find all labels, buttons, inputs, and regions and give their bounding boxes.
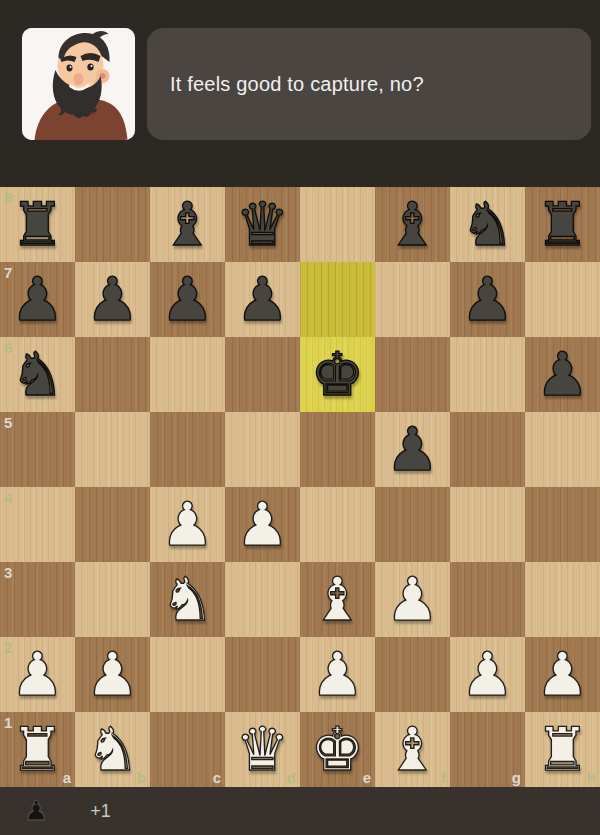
square-h6[interactable]: ♟	[525, 337, 600, 412]
square-b2[interactable]: ♟	[75, 637, 150, 712]
square-c7[interactable]: ♟	[150, 262, 225, 337]
square-d1[interactable]: ♛d	[225, 712, 300, 787]
material-advantage: +1	[90, 801, 111, 822]
piece-black-knight[interactable]: ♞	[450, 187, 525, 262]
piece-white-pawn[interactable]: ♟	[0, 637, 75, 712]
square-b3[interactable]	[75, 562, 150, 637]
piece-black-knight[interactable]: ♞	[0, 337, 75, 412]
square-f7[interactable]	[375, 262, 450, 337]
square-d2[interactable]	[225, 637, 300, 712]
square-f1[interactable]: ♝f	[375, 712, 450, 787]
piece-white-pawn[interactable]: ♟	[225, 487, 300, 562]
square-c4[interactable]: ♟	[150, 487, 225, 562]
square-f4[interactable]	[375, 487, 450, 562]
square-d6[interactable]	[225, 337, 300, 412]
square-e5[interactable]	[300, 412, 375, 487]
rank-label-3: 3	[4, 564, 12, 581]
square-a3[interactable]: 3	[0, 562, 75, 637]
square-g2[interactable]: ♟	[450, 637, 525, 712]
square-d3[interactable]	[225, 562, 300, 637]
square-c8[interactable]: ♝	[150, 187, 225, 262]
square-f3[interactable]: ♟	[375, 562, 450, 637]
square-h5[interactable]	[525, 412, 600, 487]
material-bar: ♟ +1	[0, 787, 600, 835]
piece-white-bishop[interactable]: ♝	[375, 712, 450, 787]
captured-black-pawn-icon: ♟	[24, 787, 48, 835]
chess-board[interactable]: ♜8♝♛♝♞♜♟7♟♟♟♟♞6♚♟5♟4♟♟3♞♝♟♟2♟♟♟♟♜1a♞bc♛d…	[0, 187, 600, 787]
piece-black-pawn[interactable]: ♟	[375, 412, 450, 487]
square-a7[interactable]: ♟7	[0, 262, 75, 337]
square-a2[interactable]: ♟2	[0, 637, 75, 712]
piece-white-king[interactable]: ♚	[300, 712, 375, 787]
square-e8[interactable]	[300, 187, 375, 262]
piece-black-pawn[interactable]: ♟	[525, 337, 600, 412]
square-e1[interactable]: ♚e	[300, 712, 375, 787]
piece-white-pawn[interactable]: ♟	[75, 637, 150, 712]
square-e6[interactable]: ♚	[300, 337, 375, 412]
square-e4[interactable]	[300, 487, 375, 562]
piece-black-rook[interactable]: ♜	[0, 187, 75, 262]
square-d8[interactable]: ♛	[225, 187, 300, 262]
square-h3[interactable]	[525, 562, 600, 637]
coach-avatar-illustration	[22, 28, 135, 140]
square-e3[interactable]: ♝	[300, 562, 375, 637]
square-a5[interactable]: 5	[0, 412, 75, 487]
square-c5[interactable]	[150, 412, 225, 487]
square-c2[interactable]	[150, 637, 225, 712]
coach-speech-bubble: It feels good to capture, no?	[147, 28, 591, 140]
square-b7[interactable]: ♟	[75, 262, 150, 337]
square-d5[interactable]	[225, 412, 300, 487]
piece-white-knight[interactable]: ♞	[75, 712, 150, 787]
square-h8[interactable]: ♜	[525, 187, 600, 262]
piece-white-pawn[interactable]: ♟	[150, 487, 225, 562]
piece-white-pawn[interactable]: ♟	[375, 562, 450, 637]
coach-message: It feels good to capture, no?	[170, 71, 424, 97]
square-b4[interactable]	[75, 487, 150, 562]
coach-avatar	[22, 28, 135, 140]
square-a8[interactable]: ♜8	[0, 187, 75, 262]
piece-black-pawn[interactable]: ♟	[150, 262, 225, 337]
square-a6[interactable]: ♞6	[0, 337, 75, 412]
square-h7[interactable]	[525, 262, 600, 337]
square-h4[interactable]	[525, 487, 600, 562]
square-b5[interactable]	[75, 412, 150, 487]
square-h1[interactable]: ♜h	[525, 712, 600, 787]
piece-black-pawn[interactable]: ♟	[225, 262, 300, 337]
square-c6[interactable]	[150, 337, 225, 412]
square-g3[interactable]	[450, 562, 525, 637]
square-g7[interactable]: ♟	[450, 262, 525, 337]
square-e2[interactable]: ♟	[300, 637, 375, 712]
square-b1[interactable]: ♞b	[75, 712, 150, 787]
piece-white-rook[interactable]: ♜	[525, 712, 600, 787]
piece-white-rook[interactable]: ♜	[0, 712, 75, 787]
square-g8[interactable]: ♞	[450, 187, 525, 262]
square-b6[interactable]	[75, 337, 150, 412]
square-d7[interactable]: ♟	[225, 262, 300, 337]
piece-white-queen[interactable]: ♛	[225, 712, 300, 787]
file-label-g: g	[512, 769, 521, 786]
piece-black-pawn[interactable]: ♟	[450, 262, 525, 337]
file-label-c: c	[213, 769, 221, 786]
square-h2[interactable]: ♟	[525, 637, 600, 712]
square-c3[interactable]: ♞	[150, 562, 225, 637]
square-f6[interactable]	[375, 337, 450, 412]
square-g1[interactable]: g	[450, 712, 525, 787]
piece-black-bishop[interactable]: ♝	[150, 187, 225, 262]
rank-label-4: 4	[4, 489, 12, 506]
rank-label-5: 5	[4, 414, 12, 431]
piece-white-pawn[interactable]: ♟	[525, 637, 600, 712]
piece-white-pawn[interactable]: ♟	[300, 637, 375, 712]
square-g4[interactable]	[450, 487, 525, 562]
square-b8[interactable]	[75, 187, 150, 262]
square-g6[interactable]	[450, 337, 525, 412]
coach-header: It feels good to capture, no?	[0, 0, 600, 187]
square-f2[interactable]	[375, 637, 450, 712]
square-f5[interactable]: ♟	[375, 412, 450, 487]
piece-white-bishop[interactable]: ♝	[300, 562, 375, 637]
square-d4[interactable]: ♟	[225, 487, 300, 562]
square-g5[interactable]	[450, 412, 525, 487]
square-c1[interactable]: c	[150, 712, 225, 787]
piece-white-pawn[interactable]: ♟	[450, 637, 525, 712]
square-a4[interactable]: 4	[0, 487, 75, 562]
piece-black-bishop[interactable]: ♝	[375, 187, 450, 262]
piece-black-rook[interactable]: ♜	[525, 187, 600, 262]
square-e7[interactable]	[300, 262, 375, 337]
square-f8[interactable]: ♝	[375, 187, 450, 262]
piece-black-pawn[interactable]: ♟	[75, 262, 150, 337]
piece-black-pawn[interactable]: ♟	[0, 262, 75, 337]
piece-black-king[interactable]: ♚	[300, 337, 375, 412]
square-a1[interactable]: ♜1a	[0, 712, 75, 787]
piece-white-knight[interactable]: ♞	[150, 562, 225, 637]
piece-black-queen[interactable]: ♛	[225, 187, 300, 262]
